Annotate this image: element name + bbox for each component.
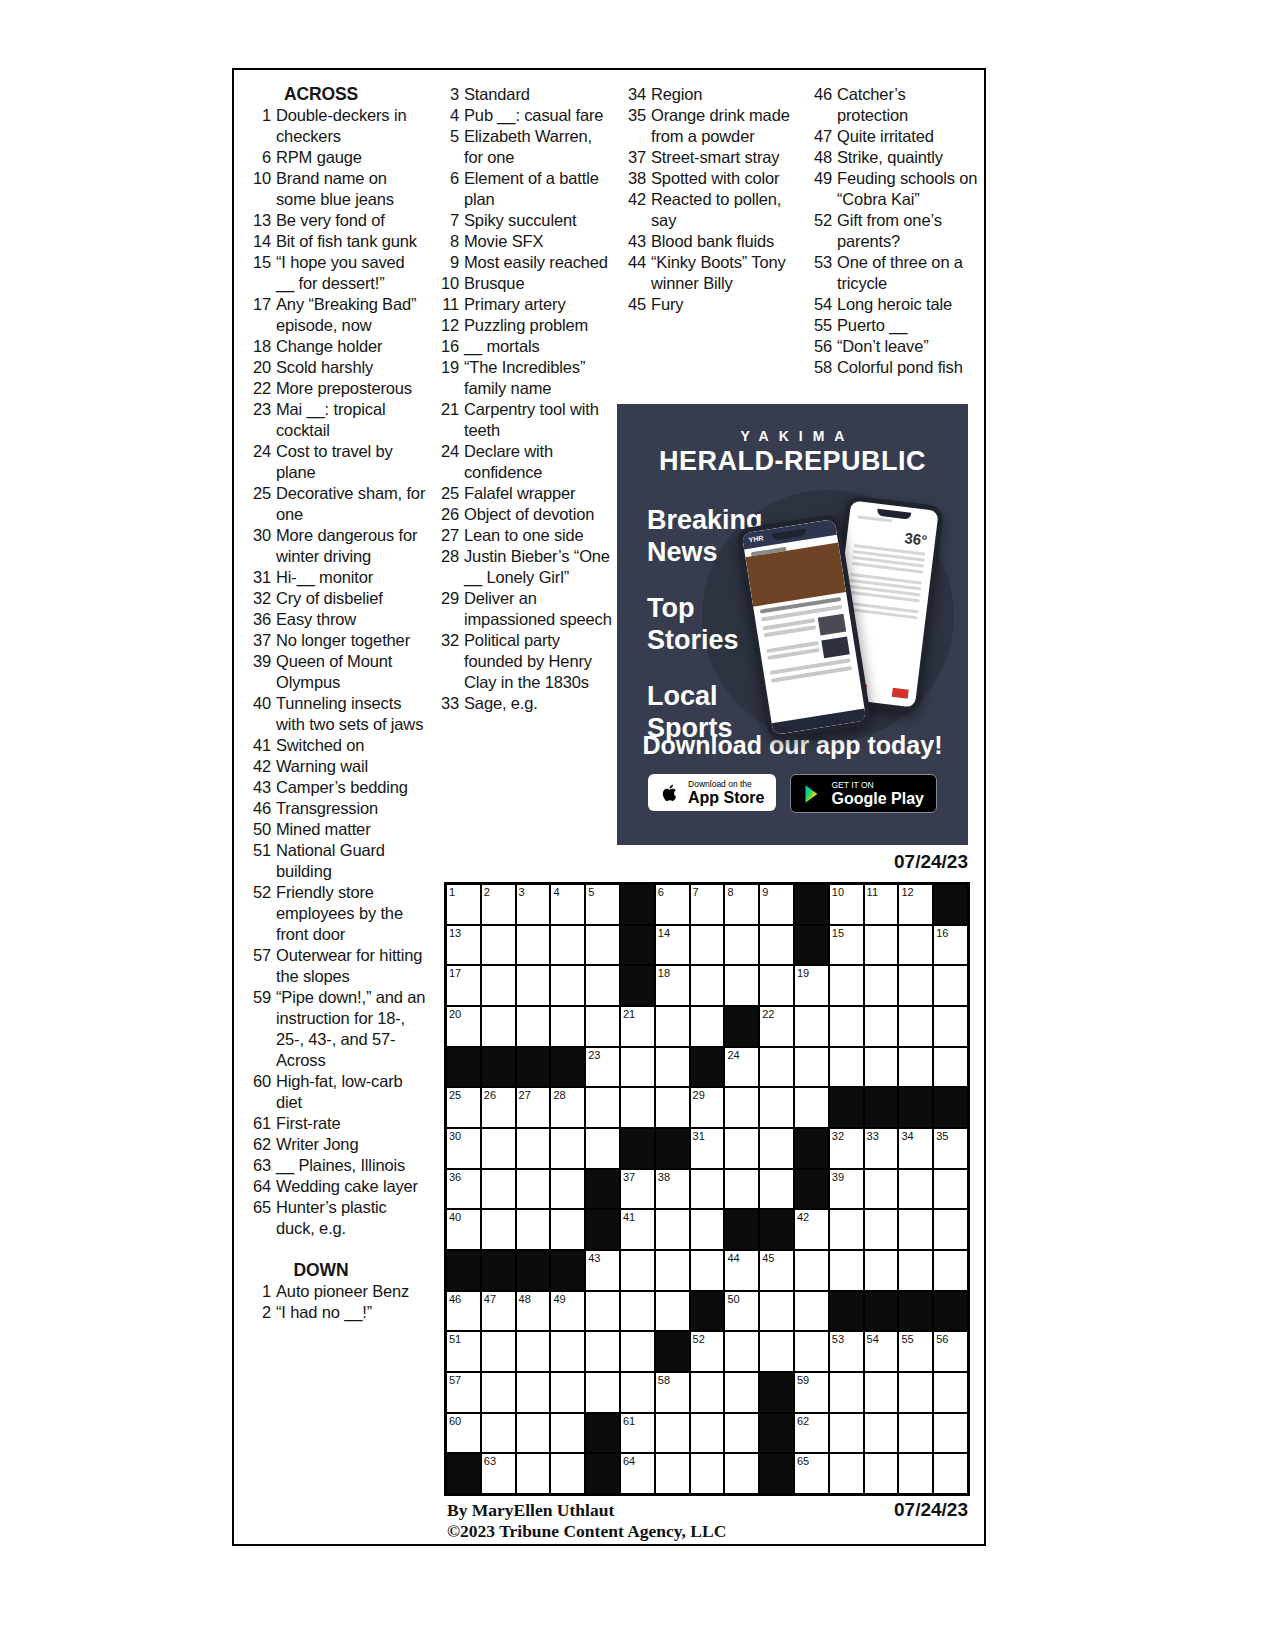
clue-item: 1Auto pioneer Benz [243,1281,427,1302]
grid-cell-r10c7[interactable] [656,1251,689,1290]
grid-cell-r8c1[interactable]: 36 [447,1170,480,1209]
grid-cell-r3c9[interactable] [725,966,758,1005]
clue-number: 57 [243,945,276,987]
grid-cell-r7c9[interactable] [725,1129,758,1168]
grid-cell-r12c11[interactable] [795,1332,828,1371]
grid-cell-r3c15[interactable] [934,966,967,1005]
grid-cell-r3c2[interactable] [482,966,515,1005]
grid-cell-r13c11[interactable]: 59 [795,1373,828,1412]
grid-cell-r7c3[interactable] [517,1129,550,1168]
grid-cell-r4c10[interactable]: 22 [760,1007,793,1046]
grid-cell-r8c14[interactable] [899,1170,932,1209]
clue-text: Colorful pond fish [837,357,978,378]
grid-cell-r3c12[interactable] [830,966,863,1005]
grid-cell-r9c11[interactable]: 42 [795,1210,828,1249]
black-cell-r5c2 [482,1048,515,1087]
grid-cell-r1c4[interactable]: 4 [551,885,584,924]
clue-text: Quite irritated [837,126,978,147]
cell-number-65: 65 [797,1455,809,1467]
grid-cell-r15c2[interactable]: 63 [482,1454,515,1493]
clue-number: 31 [243,567,276,588]
grid-cell-r3c5[interactable] [586,966,619,1005]
cell-number-48: 48 [519,1293,531,1305]
clue-item: 26Object of devotion [431,504,614,525]
clue-item: 47Quite irritated [804,126,978,147]
grid-cell-r4c5[interactable] [586,1007,619,1046]
grid-cell-r5c7[interactable] [656,1048,689,1087]
grid-cell-r4c11[interactable] [795,1007,828,1046]
grid-cell-r9c12[interactable] [830,1210,863,1249]
clue-number: 23 [243,399,276,441]
clue-item: 22More preposterous [243,378,427,399]
clue-number: 33 [431,693,464,714]
grid-cell-r12c4[interactable] [551,1332,584,1371]
clue-item: 9Most easily reached [431,252,614,273]
grid-cell-r15c12[interactable] [830,1454,863,1493]
clue-text: Carpentry tool with teeth [464,399,614,441]
grid-cell-r3c11[interactable]: 19 [795,966,828,1005]
grid-cell-r6c3[interactable]: 27 [517,1088,550,1127]
clue-column-3: 34Region35Orange drink made from a powde… [618,84,798,315]
clue-item: 37No longer together [243,630,427,651]
black-cell-r1c15 [934,885,967,924]
clue-number: 45 [618,294,651,315]
ad-city-name: YAKIMA [617,428,968,444]
clue-text: Easy throw [276,609,427,630]
clue-number: 32 [243,588,276,609]
grid-cell-r15c3[interactable] [517,1454,550,1493]
grid-cell-r10c12[interactable] [830,1251,863,1290]
grid-cell-r12c10[interactable] [760,1332,793,1371]
grid-cell-r11c5[interactable] [586,1292,619,1331]
grid-cell-r8c3[interactable] [517,1170,550,1209]
grid-cell-r12c12[interactable]: 53 [830,1332,863,1371]
grid-cell-r11c1[interactable]: 46 [447,1292,480,1331]
grid-cell-r2c9[interactable] [725,926,758,965]
grid-cell-r4c2[interactable] [482,1007,515,1046]
grid-cell-r11c2[interactable]: 47 [482,1292,515,1331]
grid-cell-r10c14[interactable] [899,1251,932,1290]
grid-cell-r4c13[interactable] [865,1007,898,1046]
clue-number: 52 [243,882,276,945]
clue-number: 25 [243,483,276,525]
grid-cell-r13c1[interactable]: 57 [447,1373,480,1412]
black-cell-r9c5 [586,1210,619,1249]
cell-number-6: 6 [658,886,664,898]
grid-cell-r14c13[interactable] [865,1414,898,1453]
clue-number: 32 [431,630,464,693]
grid-cell-r7c1[interactable]: 30 [447,1129,480,1168]
grid-cell-r13c8[interactable] [691,1373,724,1412]
grid-cell-r12c14[interactable]: 55 [899,1332,932,1371]
grid-cell-r1c12[interactable]: 10 [830,885,863,924]
cell-number-62: 62 [797,1415,809,1427]
clue-text: Wedding cake layer [276,1176,427,1197]
grid-cell-r2c12[interactable]: 15 [830,926,863,965]
clue-text: “The Incredibles” family name [464,357,614,399]
clue-text: Hi-__ monitor [276,567,427,588]
black-cell-r9c9 [725,1210,758,1249]
grid-cell-r10c15[interactable] [934,1251,967,1290]
clue-number: 20 [243,357,276,378]
clue-text: Cost to travel by plane [276,441,427,483]
grid-cell-r13c4[interactable] [551,1373,584,1412]
grid-cell-r12c1[interactable]: 51 [447,1332,480,1371]
down-clues-3-33: 3Standard4Pub __: casual fare5Elizabeth … [431,84,614,714]
grid-cell-r15c8[interactable] [691,1454,724,1493]
across-header: ACROSS [243,84,427,105]
grid-cell-r7c2[interactable] [482,1129,515,1168]
grid-cell-r3c7[interactable]: 18 [656,966,689,1005]
grid-cell-r1c1[interactable]: 1 [447,885,480,924]
grid-cell-r7c10[interactable] [760,1129,793,1168]
clue-item: 10Brusque [431,273,614,294]
grid-cell-r3c13[interactable] [865,966,898,1005]
grid-cell-r1c9[interactable]: 8 [725,885,758,924]
cell-number-53: 53 [832,1333,844,1345]
grid-cell-r9c2[interactable] [482,1210,515,1249]
grid-cell-r4c14[interactable] [899,1007,932,1046]
clue-item: 57Outerwear for hitting the slopes [243,945,427,987]
grid-cell-r3c3[interactable] [517,966,550,1005]
herald-republic-app-ad: YAKIMA HERALD-REPUBLIC 36° YHR [617,404,968,845]
grid-cell-r9c15[interactable] [934,1210,967,1249]
cell-number-44: 44 [727,1252,739,1264]
grid-cell-r5c14[interactable] [899,1048,932,1087]
clue-number: 7 [431,210,464,231]
clue-number: 51 [243,840,276,882]
clue-item: 15“I hope you saved __ for dessert!” [243,252,427,294]
clue-number: 55 [804,315,837,336]
clue-item: 6Element of a battle plan [431,168,614,210]
grid-cell-r14c1[interactable]: 60 [447,1414,480,1453]
clue-item: 31Hi-__ monitor [243,567,427,588]
grid-cell-r14c7[interactable] [656,1414,689,1453]
grid-cell-r11c11[interactable] [795,1292,828,1331]
grid-cell-r2c5[interactable] [586,926,619,965]
grid-cell-r2c1[interactable]: 13 [447,926,480,965]
grid-cell-r5c6[interactable] [621,1048,654,1087]
cell-number-50: 50 [727,1293,739,1305]
cell-number-21: 21 [623,1008,635,1020]
grid-cell-r10c9[interactable]: 44 [725,1251,758,1290]
grid-cell-r2c7[interactable]: 14 [656,926,689,965]
grid-cell-r13c6[interactable] [621,1373,654,1412]
grid-cell-r15c4[interactable] [551,1454,584,1493]
grid-cell-r4c6[interactable]: 21 [621,1007,654,1046]
grid-cell-r3c1[interactable]: 17 [447,966,480,1005]
grid-cell-r8c9[interactable] [725,1170,758,1209]
clue-number: 1 [243,1281,276,1302]
grid-cell-r7c15[interactable]: 35 [934,1129,967,1168]
grid-cell-r12c8[interactable]: 52 [691,1332,724,1371]
grid-cell-r11c4[interactable]: 49 [551,1292,584,1331]
grid-cell-r12c2[interactable] [482,1332,515,1371]
grid-cell-r12c3[interactable] [517,1332,550,1371]
cell-number-23: 23 [588,1049,600,1061]
grid-cell-r1c2[interactable]: 2 [482,885,515,924]
clue-number: 19 [431,357,464,399]
clue-number: 43 [243,777,276,798]
clue-number: 26 [431,504,464,525]
grid-cell-r13c9[interactable] [725,1373,758,1412]
grid-cell-r8c13[interactable] [865,1170,898,1209]
grid-cell-r6c4[interactable]: 28 [551,1088,584,1127]
grid-cell-r7c13[interactable]: 33 [865,1129,898,1168]
grid-cell-r4c1[interactable]: 20 [447,1007,480,1046]
clue-number: 28 [431,546,464,588]
clue-item: 3Standard [431,84,614,105]
grid-cell-r2c8[interactable] [691,926,724,965]
cell-number-37: 37 [623,1171,635,1183]
grid-cell-r2c2[interactable] [482,926,515,965]
black-cell-r14c5 [586,1414,619,1453]
grid-cell-r8c12[interactable]: 39 [830,1170,863,1209]
grid-cell-r14c2[interactable] [482,1414,515,1453]
grid-cell-r13c2[interactable] [482,1373,515,1412]
grid-cell-r1c8[interactable]: 7 [691,885,724,924]
clue-item: 65Hunter’s plastic duck, e.g. [243,1197,427,1239]
clue-text: Be very fond of [276,210,427,231]
clue-item: 63__ Plaines, Illinois [243,1155,427,1176]
grid-cell-r9c4[interactable] [551,1210,584,1249]
down-clues-34-45: 34Region35Orange drink made from a powde… [618,84,798,315]
grid-cell-r5c5[interactable]: 23 [586,1048,619,1087]
grid-cell-r1c7[interactable]: 6 [656,885,689,924]
cell-number-56: 56 [936,1333,948,1345]
grid-cell-r14c6[interactable]: 61 [621,1414,654,1453]
grid-cell-r11c9[interactable]: 50 [725,1292,758,1331]
grid-cell-r5c9[interactable]: 24 [725,1048,758,1087]
grid-cell-r12c9[interactable] [725,1332,758,1371]
grid-cell-r9c8[interactable] [691,1210,724,1249]
grid-cell-r8c2[interactable] [482,1170,515,1209]
grid-cell-r6c7[interactable] [656,1088,689,1127]
clue-text: Scold harshly [276,357,427,378]
grid-cell-r6c9[interactable] [725,1088,758,1127]
clue-item: 25Decorative sham, for one [243,483,427,525]
grid-cell-r9c7[interactable] [656,1210,689,1249]
clue-item: 17Any “Breaking Bad” episode, now [243,294,427,336]
grid-cell-r1c5[interactable]: 5 [586,885,619,924]
grid-cell-r3c10[interactable] [760,966,793,1005]
google-play-icon [803,783,823,805]
clue-column-1: ACROSS 1Double-deckers in checkers6RPM g… [243,84,427,1323]
grid-cell-r4c7[interactable] [656,1007,689,1046]
grid-cell-r10c11[interactable] [795,1251,828,1290]
grid-cell-r8c7[interactable]: 38 [656,1170,689,1209]
grid-cell-r11c6[interactable] [621,1292,654,1331]
grid-cell-r1c3[interactable]: 3 [517,885,550,924]
clue-number: 60 [243,1071,276,1113]
google-play-badge[interactable]: GET IT ON Google Play [790,774,936,813]
clue-text: Puerto __ [837,315,978,336]
grid-cell-r12c13[interactable]: 54 [865,1332,898,1371]
cell-number-46: 46 [449,1293,461,1305]
grid-cell-r5c15[interactable] [934,1048,967,1087]
grid-cell-r2c14[interactable] [899,926,932,965]
grid-cell-r13c14[interactable] [899,1373,932,1412]
grid-cell-r8c15[interactable] [934,1170,967,1209]
grid-cell-r11c3[interactable]: 48 [517,1292,550,1331]
black-cell-r10c4 [551,1251,584,1290]
clue-text: Camper’s bedding [276,777,427,798]
black-cell-r14c10 [760,1414,793,1453]
clue-item: 20Scold harshly [243,357,427,378]
grid-cell-r12c15[interactable]: 56 [934,1332,967,1371]
grid-cell-r12c6[interactable] [621,1332,654,1371]
clue-number: 17 [243,294,276,336]
grid-cell-r14c12[interactable] [830,1414,863,1453]
clue-item: 21Carpentry tool with teeth [431,399,614,441]
grid-cell-r3c14[interactable] [899,966,932,1005]
cell-number-19: 19 [797,967,809,979]
grid-cell-r10c8[interactable] [691,1251,724,1290]
grid-cell-r9c13[interactable] [865,1210,898,1249]
grid-cell-r6c5[interactable] [586,1088,619,1127]
grid-cell-r7c12[interactable]: 32 [830,1129,863,1168]
grid-cell-r6c6[interactable] [621,1088,654,1127]
black-cell-r15c1 [447,1454,480,1493]
grid-cell-r10c13[interactable] [865,1251,898,1290]
grid-cell-r11c7[interactable] [656,1292,689,1331]
grid-cell-r4c8[interactable] [691,1007,724,1046]
grid-cell-r3c8[interactable] [691,966,724,1005]
cell-number-45: 45 [762,1252,774,1264]
app-store-badge[interactable]: Download on the App Store [648,774,776,811]
grid-cell-r15c6[interactable]: 64 [621,1454,654,1493]
grid-cell-r6c8[interactable]: 29 [691,1088,724,1127]
grid-cell-r14c9[interactable] [725,1414,758,1453]
grid-cell-r13c7[interactable]: 58 [656,1373,689,1412]
black-cell-r3c6 [621,966,654,1005]
clue-number: 13 [243,210,276,231]
grid-cell-r14c4[interactable] [551,1414,584,1453]
grid-cell-r15c9[interactable] [725,1454,758,1493]
clue-number: 2 [243,1302,276,1323]
clue-number: 53 [804,252,837,294]
grid-cell-r14c14[interactable] [899,1414,932,1453]
grid-cell-r2c4[interactable] [551,926,584,965]
grid-cell-r15c13[interactable] [865,1454,898,1493]
grid-cell-r14c11[interactable]: 62 [795,1414,828,1453]
grid-cell-r3c4[interactable] [551,966,584,1005]
grid-cell-r11c10[interactable] [760,1292,793,1331]
grid-cell-r5c13[interactable] [865,1048,898,1087]
grid-cell-r7c4[interactable] [551,1129,584,1168]
grid-cell-r4c4[interactable] [551,1007,584,1046]
clue-text: Spiky succulent [464,210,614,231]
grid-cell-r1c13[interactable]: 11 [865,885,898,924]
grid-cell-r14c3[interactable] [517,1414,550,1453]
clue-text: One of three on a tricycle [837,252,978,294]
cell-number-20: 20 [449,1008,461,1020]
grid-cell-r7c8[interactable]: 31 [691,1129,724,1168]
grid-cell-r2c10[interactable] [760,926,793,965]
grid-cell-r6c1[interactable]: 25 [447,1088,480,1127]
grid-cell-r4c3[interactable] [517,1007,550,1046]
grid-cell-r2c3[interactable] [517,926,550,965]
grid-cell-r4c12[interactable] [830,1007,863,1046]
grid-cell-r9c14[interactable] [899,1210,932,1249]
grid-cell-r15c7[interactable] [656,1454,689,1493]
grid-cell-r13c12[interactable] [830,1373,863,1412]
black-cell-r8c5 [586,1170,619,1209]
grid-cell-r7c14[interactable]: 34 [899,1129,932,1168]
grid-cell-r8c6[interactable]: 37 [621,1170,654,1209]
grid-cell-r14c15[interactable] [934,1414,967,1453]
clue-text: “Pipe down!,” and an instruction for 18-… [276,987,427,1071]
grid-cell-r1c10[interactable]: 9 [760,885,793,924]
puzzle-date-top: 07/24/23 [700,851,968,873]
grid-cell-r15c15[interactable] [934,1454,967,1493]
grid-cell-r10c5[interactable]: 43 [586,1251,619,1290]
grid-cell-r15c11[interactable]: 65 [795,1454,828,1493]
clue-number: 8 [431,231,464,252]
clue-text: Most easily reached [464,252,614,273]
grid-cell-r8c4[interactable] [551,1170,584,1209]
clue-item: 24Cost to travel by plane [243,441,427,483]
clue-number: 41 [243,735,276,756]
grid-cell-r2c13[interactable] [865,926,898,965]
clue-item: 48Strike, quaintly [804,147,978,168]
clue-number: 27 [431,525,464,546]
cell-number-31: 31 [693,1130,705,1142]
clue-number: 54 [804,294,837,315]
clue-text: Element of a battle plan [464,168,614,210]
cell-number-54: 54 [867,1333,879,1345]
grid-cell-r13c13[interactable] [865,1373,898,1412]
clue-text: Friendly store employees by the front do… [276,882,427,945]
grid-cell-r8c10[interactable] [760,1170,793,1209]
grid-cell-r13c3[interactable] [517,1373,550,1412]
grid-cell-r9c1[interactable]: 40 [447,1210,480,1249]
cell-number-22: 22 [762,1008,774,1020]
grid-cell-r5c11[interactable] [795,1048,828,1087]
clue-text: Any “Breaking Bad” episode, now [276,294,427,336]
grid-cell-r6c11[interactable] [795,1088,828,1127]
grid-cell-r10c10[interactable]: 45 [760,1251,793,1290]
grid-cell-r15c14[interactable] [899,1454,932,1493]
newspaper-crossword-page: ACROSS 1Double-deckers in checkers6RPM g… [0,0,1265,1638]
grid-cell-r13c5[interactable] [586,1373,619,1412]
clue-item: 24Declare with confidence [431,441,614,483]
grid-cell-r9c6[interactable]: 41 [621,1210,654,1249]
grid-cell-r10c6[interactable] [621,1251,654,1290]
grid-cell-r8c8[interactable] [691,1170,724,1209]
cell-number-26: 26 [484,1089,496,1101]
grid-cell-r13c15[interactable] [934,1373,967,1412]
grid-cell-r2c15[interactable]: 16 [934,926,967,965]
grid-cell-r12c5[interactable] [586,1332,619,1371]
grid-cell-r6c2[interactable]: 26 [482,1088,515,1127]
clue-item: 64Wedding cake layer [243,1176,427,1197]
clue-item: 25Falafel wrapper [431,483,614,504]
grid-cell-r5c12[interactable] [830,1048,863,1087]
grid-cell-r5c10[interactable] [760,1048,793,1087]
cell-number-59: 59 [797,1374,809,1386]
grid-cell-r6c10[interactable] [760,1088,793,1127]
cell-number-43: 43 [588,1252,600,1264]
grid-cell-r14c8[interactable] [691,1414,724,1453]
clue-number: 3 [431,84,464,105]
cell-number-15: 15 [832,927,844,939]
grid-cell-r1c14[interactable]: 12 [899,885,932,924]
grid-cell-r4c15[interactable] [934,1007,967,1046]
clue-text: Primary artery [464,294,614,315]
grid-cell-r9c3[interactable] [517,1210,550,1249]
grid-cell-r7c5[interactable] [586,1129,619,1168]
